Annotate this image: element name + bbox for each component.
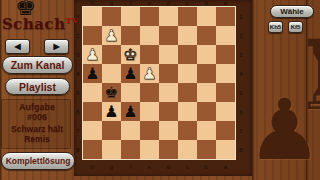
square-e6: [140, 102, 159, 121]
square-b3: [197, 45, 216, 64]
coord-label: 1: [236, 7, 246, 26]
square-h4: ♟: [83, 64, 102, 83]
coord-label: g: [102, 164, 121, 170]
decor-pawn-icon: ♟: [247, 88, 320, 172]
square-a3: [216, 45, 235, 64]
coord-label: 8: [74, 140, 82, 159]
square-b7: [197, 121, 216, 140]
square-a2: [216, 26, 235, 45]
playlist-button[interactable]: Playlist: [5, 78, 70, 95]
rank-labels-right: 12345678: [236, 7, 246, 159]
black-pawn-h4: ♟: [85, 66, 99, 82]
square-f2: [121, 26, 140, 45]
square-g7: [102, 121, 121, 140]
choose-button[interactable]: Wähle: [270, 5, 314, 18]
square-f6: ♟: [121, 102, 140, 121]
coord-label: 7: [236, 121, 246, 140]
video-frame: ♜ ♟ ♚ SchachTV ◀ ▶ Zum Kanal Playlist Au…: [0, 0, 320, 180]
square-d3: [159, 45, 178, 64]
square-f7: [121, 121, 140, 140]
square-h6: [83, 102, 102, 121]
black-pawn-f4: ♟: [123, 66, 137, 82]
square-b8: [197, 140, 216, 159]
square-c4: [178, 64, 197, 83]
channel-button[interactable]: Zum Kanal: [2, 56, 73, 74]
square-c7: [178, 121, 197, 140]
task-subtitle-line2: Remis: [0, 134, 74, 144]
square-e1: [140, 7, 159, 26]
black-pawn-f6: ♟: [123, 104, 137, 120]
coord-label: 2: [236, 26, 246, 45]
white-king-f3: ♚: [123, 47, 137, 63]
task-subtitle-line1: Schwarz hält: [0, 124, 74, 134]
square-h8: [83, 140, 102, 159]
square-c2: [178, 26, 197, 45]
square-g8: [102, 140, 121, 159]
square-d6: [159, 102, 178, 121]
square-d5: [159, 83, 178, 102]
file-labels-bottom: hgfedcba: [83, 161, 235, 170]
coord-label: 8: [236, 140, 246, 159]
square-h1: [83, 7, 102, 26]
coord-label: e: [140, 164, 159, 170]
next-button[interactable]: ▶: [44, 39, 69, 54]
square-e5: [140, 83, 159, 102]
white-pawn-h3: ♟: [85, 47, 99, 63]
chess-board: hgfedcba 12345678 12345678 hgfedcba ♟♟♚♟…: [74, 0, 252, 176]
coord-label: f: [121, 164, 140, 170]
coord-label: d: [159, 164, 178, 170]
square-g6: ♟: [102, 102, 121, 121]
square-a5: [216, 83, 235, 102]
square-c1: [178, 7, 197, 26]
square-g3: [102, 45, 121, 64]
coord-label: 4: [74, 64, 82, 83]
square-b1: [197, 7, 216, 26]
square-b4: [197, 64, 216, 83]
coord-label: 5: [74, 83, 82, 102]
square-c3: [178, 45, 197, 64]
square-a6: [216, 102, 235, 121]
square-d7: [159, 121, 178, 140]
square-f3: ♚: [121, 45, 140, 64]
square-f8: [121, 140, 140, 159]
coord-label: 3: [74, 45, 82, 64]
square-e2: [140, 26, 159, 45]
app-logo: SchachTV: [2, 15, 76, 33]
next-arrow-icon: ▶: [53, 42, 59, 51]
square-h7: [83, 121, 102, 140]
coord-label: h: [83, 164, 102, 170]
square-f4: ♟: [121, 64, 140, 83]
black-king-g5: ♚: [104, 85, 118, 101]
logo-tv: TV: [66, 15, 79, 25]
square-f5: [121, 83, 140, 102]
square-d8: [159, 140, 178, 159]
square-g5: ♚: [102, 83, 121, 102]
square-h5: [83, 83, 102, 102]
square-f1: [121, 7, 140, 26]
coord-label: 6: [236, 102, 246, 121]
square-c5: [178, 83, 197, 102]
white-pawn-g2: ♟: [104, 28, 118, 44]
square-a1: [216, 7, 235, 26]
square-b2: [197, 26, 216, 45]
square-g1: [102, 7, 121, 26]
square-e3: [140, 45, 159, 64]
coord-label: a: [216, 164, 235, 170]
square-e8: [140, 140, 159, 159]
square-b6: [197, 102, 216, 121]
task-label: Aufgabe: [0, 102, 74, 112]
square-c6: [178, 102, 197, 121]
coord-label: 3: [236, 45, 246, 64]
choice-kf5-button[interactable]: Kf5: [288, 21, 303, 33]
square-e7: [140, 121, 159, 140]
square-d1: [159, 7, 178, 26]
square-h3: ♟: [83, 45, 102, 64]
task-number: #006: [0, 112, 74, 122]
prev-arrow-icon: ◀: [14, 42, 20, 51]
board-grid: ♟♟♚♟♟♟♚♟♟: [82, 6, 236, 160]
coord-label: 6: [74, 102, 82, 121]
square-c8: [178, 140, 197, 159]
square-g2: ♟: [102, 26, 121, 45]
coord-label: 4: [236, 64, 246, 83]
square-d4: [159, 64, 178, 83]
coord-label: c: [178, 164, 197, 170]
coord-label: b: [197, 164, 216, 170]
coord-label: 5: [236, 83, 246, 102]
square-h2: [83, 26, 102, 45]
square-b5: [197, 83, 216, 102]
square-d2: [159, 26, 178, 45]
coord-label: 7: [74, 121, 82, 140]
square-a7: [216, 121, 235, 140]
black-pawn-g6: ♟: [104, 104, 118, 120]
white-pawn-e4: ♟: [142, 66, 156, 82]
prev-button[interactable]: ◀: [5, 39, 30, 54]
square-a4: [216, 64, 235, 83]
square-g4: [102, 64, 121, 83]
logo-title: Schach: [2, 15, 66, 33]
choice-kh5-button[interactable]: Kh5: [268, 21, 283, 33]
square-e4: ♟: [140, 64, 159, 83]
square-a8: [216, 140, 235, 159]
full-solution-button[interactable]: Komplettlösung: [1, 152, 75, 170]
